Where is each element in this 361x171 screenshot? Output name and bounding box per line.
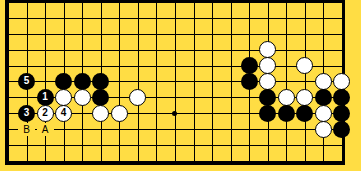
point-c1: [36, 153, 55, 169]
point-e8: [73, 42, 92, 58]
point-g5: [110, 89, 129, 105]
point-l11: [184, 0, 203, 10]
point-h2: [129, 137, 148, 153]
point-r6: [295, 74, 314, 90]
point-r11: [295, 0, 314, 10]
point-h5: [129, 89, 148, 105]
point-h4: [129, 105, 148, 121]
point-l3: [184, 121, 203, 137]
point-j3: [147, 121, 166, 137]
point-f5: [91, 89, 110, 105]
point-o11: [240, 0, 259, 10]
point-a9: [0, 26, 17, 42]
point-t8: [333, 42, 352, 58]
point-j10: [147, 10, 166, 26]
point-a10: [0, 10, 17, 26]
point-d4: 4: [54, 105, 73, 121]
point-m5: [203, 89, 222, 105]
point-m9: [203, 26, 222, 42]
point-r8: [295, 42, 314, 58]
point-l2: [184, 137, 203, 153]
point-e4: [73, 105, 92, 121]
white-stone: [296, 57, 313, 74]
point-m1: [203, 153, 222, 169]
point-r2: [295, 137, 314, 153]
point-m3: [203, 121, 222, 137]
point-l10: [184, 10, 203, 26]
point-a5: [0, 89, 17, 105]
point-k6: [166, 74, 185, 90]
point-d11: [54, 0, 73, 10]
point-q9: [277, 26, 296, 42]
point-l4: [184, 105, 203, 121]
white-stone: [259, 57, 276, 74]
point-g2: [110, 137, 129, 153]
point-e7: [73, 58, 92, 74]
white-stone: [92, 105, 109, 122]
point-h8: [129, 42, 148, 58]
point-s8: [314, 42, 333, 58]
black-stone: [333, 105, 350, 122]
point-t3: [333, 121, 352, 137]
point-q6: [277, 74, 296, 90]
point-k5: [166, 89, 185, 105]
point-b6: 5: [17, 74, 36, 90]
point-h3: [129, 121, 148, 137]
point-f1: [91, 153, 110, 169]
point-l6: [184, 74, 203, 90]
black-stone: [241, 57, 258, 74]
point-t6: [333, 74, 352, 90]
point-d8: [54, 42, 73, 58]
point-n10: [221, 10, 240, 26]
point-s11: [314, 0, 333, 10]
point-r9: [295, 26, 314, 42]
point-q2: [277, 137, 296, 153]
point-d2: [54, 137, 73, 153]
black-stone: [92, 73, 109, 90]
point-h7: [129, 58, 148, 74]
point-s9: [314, 26, 333, 42]
point-m6: [203, 74, 222, 90]
point-d5: [54, 89, 73, 105]
point-c8: [36, 42, 55, 58]
white-stone: [315, 121, 332, 138]
point-j7: [147, 58, 166, 74]
point-n5: [221, 89, 240, 105]
point-r5: [295, 89, 314, 105]
point-q8: [277, 42, 296, 58]
point-q4: [277, 105, 296, 121]
point-n3: [221, 121, 240, 137]
point-t1: [333, 153, 352, 169]
point-p3: [258, 121, 277, 137]
point-c3: A: [36, 121, 55, 137]
point-j5: [147, 89, 166, 105]
point-d7: [54, 58, 73, 74]
point-h10: [129, 10, 148, 26]
point-o7: [240, 58, 259, 74]
point-e3: [73, 121, 92, 137]
point-b2: [17, 137, 36, 153]
point-e1: [73, 153, 92, 169]
point-r7: [295, 58, 314, 74]
point-c10: [36, 10, 55, 26]
point-f8: [91, 42, 110, 58]
white-stone: [111, 105, 128, 122]
point-b3: B: [17, 121, 36, 137]
move-3-black-stone: 3: [18, 105, 35, 122]
point-f3: [91, 121, 110, 137]
point-f6: [91, 74, 110, 90]
point-f9: [91, 26, 110, 42]
point-c11: [36, 0, 55, 10]
point-k11: [166, 0, 185, 10]
point-g7: [110, 58, 129, 74]
white-stone: [74, 89, 91, 106]
point-p8: [258, 42, 277, 58]
point-m8: [203, 42, 222, 58]
point-o6: [240, 74, 259, 90]
point-c5: 1: [36, 89, 55, 105]
white-stone: [259, 73, 276, 90]
point-d1: [54, 153, 73, 169]
black-stone: [333, 121, 350, 138]
point-m7: [203, 58, 222, 74]
point-m2: [203, 137, 222, 153]
point-o9: [240, 26, 259, 42]
point-o4: [240, 105, 259, 121]
point-k8: [166, 42, 185, 58]
point-c2: [36, 137, 55, 153]
point-k2: [166, 137, 185, 153]
white-stone: [315, 105, 332, 122]
point-a6: [0, 74, 17, 90]
point-m10: [203, 10, 222, 26]
point-l5: [184, 89, 203, 105]
white-stone: [315, 73, 332, 90]
point-k7: [166, 58, 185, 74]
move-2-white-stone: 2: [37, 105, 54, 122]
point-h9: [129, 26, 148, 42]
point-o1: [240, 153, 259, 169]
point-label-A: A: [37, 123, 54, 136]
point-q11: [277, 0, 296, 10]
white-stone: [278, 89, 295, 106]
point-b4: 3: [17, 105, 36, 121]
point-l9: [184, 26, 203, 42]
black-stone: [55, 73, 72, 90]
point-p4: [258, 105, 277, 121]
point-k3: [166, 121, 185, 137]
point-a2: [0, 137, 17, 153]
point-k4: [166, 105, 185, 121]
point-r10: [295, 10, 314, 26]
black-stone: [92, 89, 109, 106]
point-a3: [0, 121, 17, 137]
point-f2: [91, 137, 110, 153]
point-r4: [295, 105, 314, 121]
point-k10: [166, 10, 185, 26]
point-t11: [333, 0, 352, 10]
black-stone: [296, 105, 313, 122]
point-f7: [91, 58, 110, 74]
point-f10: [91, 10, 110, 26]
point-n8: [221, 42, 240, 58]
point-t9: [333, 26, 352, 42]
point-g6: [110, 74, 129, 90]
point-p11: [258, 0, 277, 10]
point-p10: [258, 10, 277, 26]
point-t7: [333, 58, 352, 74]
point-j6: [147, 74, 166, 90]
point-a7: [0, 58, 17, 74]
point-e9: [73, 26, 92, 42]
point-o10: [240, 10, 259, 26]
white-stone: [129, 89, 146, 106]
point-s7: [314, 58, 333, 74]
point-d3: [54, 121, 73, 137]
point-o3: [240, 121, 259, 137]
point-e10: [73, 10, 92, 26]
point-b7: [17, 58, 36, 74]
point-o2: [240, 137, 259, 153]
point-f4: [91, 105, 110, 121]
point-s3: [314, 121, 333, 137]
point-s6: [314, 74, 333, 90]
point-r3: [295, 121, 314, 137]
point-p9: [258, 26, 277, 42]
stones-grid: 51324BA: [0, 0, 351, 169]
point-b11: [17, 0, 36, 10]
point-g9: [110, 26, 129, 42]
black-stone: [315, 89, 332, 106]
point-h6: [129, 74, 148, 90]
black-stone: [259, 105, 276, 122]
point-l7: [184, 58, 203, 74]
point-q10: [277, 10, 296, 26]
point-c7: [36, 58, 55, 74]
point-e2: [73, 137, 92, 153]
point-t4: [333, 105, 352, 121]
white-stone: [333, 73, 350, 90]
point-a1: [0, 153, 17, 169]
move-4-white-stone: 4: [55, 105, 72, 122]
point-t10: [333, 10, 352, 26]
point-e5: [73, 89, 92, 105]
point-k9: [166, 26, 185, 42]
point-s4: [314, 105, 333, 121]
point-k1: [166, 153, 185, 169]
star-point: [172, 111, 177, 116]
point-p6: [258, 74, 277, 90]
point-c9: [36, 26, 55, 42]
point-s1: [314, 153, 333, 169]
point-o8: [240, 42, 259, 58]
point-n6: [221, 74, 240, 90]
go-board-diagram: 51324BA: [0, 0, 361, 171]
point-g3: [110, 121, 129, 137]
point-b1: [17, 153, 36, 169]
point-q1: [277, 153, 296, 169]
point-g11: [110, 0, 129, 10]
point-m11: [203, 0, 222, 10]
point-s2: [314, 137, 333, 153]
point-p7: [258, 58, 277, 74]
point-a4: [0, 105, 17, 121]
white-stone: [259, 41, 276, 58]
point-h1: [129, 153, 148, 169]
point-m4: [203, 105, 222, 121]
point-a11: [0, 0, 17, 10]
point-b9: [17, 26, 36, 42]
point-l8: [184, 42, 203, 58]
point-n11: [221, 0, 240, 10]
white-stone: [55, 89, 72, 106]
point-t5: [333, 89, 352, 105]
point-b5: [17, 89, 36, 105]
point-j2: [147, 137, 166, 153]
point-p1: [258, 153, 277, 169]
point-p2: [258, 137, 277, 153]
point-n4: [221, 105, 240, 121]
point-a8: [0, 42, 17, 58]
black-stone: [259, 89, 276, 106]
point-j9: [147, 26, 166, 42]
point-e11: [73, 0, 92, 10]
point-d6: [54, 74, 73, 90]
black-stone: [278, 105, 295, 122]
point-n7: [221, 58, 240, 74]
point-c6: [36, 74, 55, 90]
point-n2: [221, 137, 240, 153]
point-g8: [110, 42, 129, 58]
point-c4: 2: [36, 105, 55, 121]
point-g10: [110, 10, 129, 26]
black-stone: [241, 73, 258, 90]
point-d9: [54, 26, 73, 42]
point-j4: [147, 105, 166, 121]
point-s5: [314, 89, 333, 105]
point-j8: [147, 42, 166, 58]
point-d10: [54, 10, 73, 26]
move-1-black-stone: 1: [37, 89, 54, 106]
point-t2: [333, 137, 352, 153]
point-j11: [147, 0, 166, 10]
point-n1: [221, 153, 240, 169]
point-q3: [277, 121, 296, 137]
point-q5: [277, 89, 296, 105]
point-s10: [314, 10, 333, 26]
point-b8: [17, 42, 36, 58]
point-g1: [110, 153, 129, 169]
point-h11: [129, 0, 148, 10]
point-f11: [91, 0, 110, 10]
point-n9: [221, 26, 240, 42]
white-stone: [296, 89, 313, 106]
point-b10: [17, 10, 36, 26]
move-5-black-stone: 5: [18, 73, 35, 90]
point-e6: [73, 74, 92, 90]
point-l1: [184, 153, 203, 169]
black-stone: [333, 89, 350, 106]
point-o5: [240, 89, 259, 105]
point-label-B: B: [18, 123, 35, 136]
point-g4: [110, 105, 129, 121]
black-stone: [74, 73, 91, 90]
point-j1: [147, 153, 166, 169]
point-q7: [277, 58, 296, 74]
point-p5: [258, 89, 277, 105]
point-r1: [295, 153, 314, 169]
